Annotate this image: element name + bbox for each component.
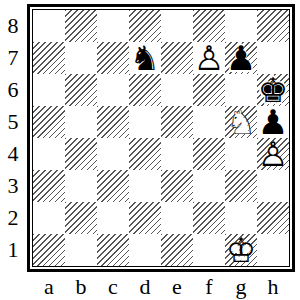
white-knight-piece: ♘ bbox=[225, 106, 257, 138]
file-label-c: c bbox=[97, 275, 129, 299]
black-knight-piece: ♞ bbox=[129, 42, 161, 74]
square-h2[interactable] bbox=[257, 202, 289, 234]
rank-label-2: 2 bbox=[0, 202, 26, 234]
square-b2[interactable] bbox=[65, 202, 97, 234]
square-g1[interactable]: ♚♔ bbox=[225, 234, 257, 266]
rank-label-3: 3 bbox=[0, 170, 26, 202]
white-king-piece: ♔ bbox=[225, 234, 257, 266]
square-e6[interactable] bbox=[161, 74, 193, 106]
square-g3[interactable] bbox=[225, 170, 257, 202]
square-d1[interactable] bbox=[129, 234, 161, 266]
square-a1[interactable] bbox=[33, 234, 65, 266]
square-h5[interactable]: ♟♟ bbox=[257, 106, 289, 138]
board-grid: ♞♞♟♙♟♟♚♚♞♘♟♟♟♙♚♔ bbox=[33, 10, 289, 266]
square-b5[interactable] bbox=[65, 106, 97, 138]
square-f5[interactable] bbox=[193, 106, 225, 138]
piece-backing: ♞ bbox=[225, 106, 257, 138]
square-c8[interactable] bbox=[97, 10, 129, 42]
square-f4[interactable] bbox=[193, 138, 225, 170]
square-f1[interactable] bbox=[193, 234, 225, 266]
rank-label-7: 7 bbox=[0, 42, 26, 74]
square-a3[interactable] bbox=[33, 170, 65, 202]
square-c7[interactable] bbox=[97, 42, 129, 74]
square-e3[interactable] bbox=[161, 170, 193, 202]
piece-backing: ♟ bbox=[193, 42, 225, 74]
piece-backing: ♟ bbox=[257, 138, 289, 170]
square-f3[interactable] bbox=[193, 170, 225, 202]
rank-label-8: 8 bbox=[0, 10, 26, 42]
square-g6[interactable] bbox=[225, 74, 257, 106]
square-e4[interactable] bbox=[161, 138, 193, 170]
square-g7[interactable]: ♟♟ bbox=[225, 42, 257, 74]
rank-label-4: 4 bbox=[0, 138, 26, 170]
square-d6[interactable] bbox=[129, 74, 161, 106]
square-g4[interactable] bbox=[225, 138, 257, 170]
file-label-g: g bbox=[225, 275, 257, 299]
piece-backing: ♟ bbox=[222, 39, 259, 76]
black-pawn-piece: ♟ bbox=[257, 106, 289, 138]
square-e8[interactable] bbox=[161, 10, 193, 42]
square-c3[interactable] bbox=[97, 170, 129, 202]
square-c5[interactable] bbox=[97, 106, 129, 138]
rank-label-1: 1 bbox=[0, 234, 26, 266]
square-d2[interactable] bbox=[129, 202, 161, 234]
square-a5[interactable] bbox=[33, 106, 65, 138]
black-pawn-piece: ♟ bbox=[225, 42, 257, 74]
square-d5[interactable] bbox=[129, 106, 161, 138]
square-c4[interactable] bbox=[97, 138, 129, 170]
square-h7[interactable] bbox=[257, 42, 289, 74]
square-f2[interactable] bbox=[193, 202, 225, 234]
square-d4[interactable] bbox=[129, 138, 161, 170]
file-labels: abcdefgh bbox=[33, 275, 289, 299]
square-a4[interactable] bbox=[33, 138, 65, 170]
white-pawn-piece: ♙ bbox=[193, 42, 225, 74]
square-b7[interactable] bbox=[65, 42, 97, 74]
square-g8[interactable] bbox=[225, 10, 257, 42]
black-king-piece: ♚ bbox=[257, 74, 289, 106]
square-f7[interactable]: ♟♙ bbox=[193, 42, 225, 74]
file-label-f: f bbox=[193, 275, 225, 299]
square-f6[interactable] bbox=[193, 74, 225, 106]
square-e7[interactable] bbox=[161, 42, 193, 74]
square-h1[interactable] bbox=[257, 234, 289, 266]
chess-board: ♞♞♟♙♟♟♚♚♞♘♟♟♟♙♚♔ bbox=[27, 4, 295, 272]
piece-backing: ♞ bbox=[126, 39, 163, 76]
square-g2[interactable] bbox=[225, 202, 257, 234]
square-b1[interactable] bbox=[65, 234, 97, 266]
piece-backing: ♚ bbox=[254, 71, 291, 108]
file-label-d: d bbox=[129, 275, 161, 299]
square-h6[interactable]: ♚♚ bbox=[257, 74, 289, 106]
file-label-h: h bbox=[257, 275, 289, 299]
square-e5[interactable] bbox=[161, 106, 193, 138]
square-d3[interactable] bbox=[129, 170, 161, 202]
square-a7[interactable] bbox=[33, 42, 65, 74]
rank-labels: 87654321 bbox=[0, 10, 26, 266]
piece-backing: ♚ bbox=[225, 234, 257, 266]
square-d7[interactable]: ♞♞ bbox=[129, 42, 161, 74]
square-e1[interactable] bbox=[161, 234, 193, 266]
square-c1[interactable] bbox=[97, 234, 129, 266]
square-b4[interactable] bbox=[65, 138, 97, 170]
square-a2[interactable] bbox=[33, 202, 65, 234]
file-label-a: a bbox=[33, 275, 65, 299]
board-inner-border: ♞♞♟♙♟♟♚♚♞♘♟♟♟♙♚♔ bbox=[32, 9, 290, 267]
square-c6[interactable] bbox=[97, 74, 129, 106]
square-c2[interactable] bbox=[97, 202, 129, 234]
rank-label-6: 6 bbox=[0, 74, 26, 106]
square-f8[interactable] bbox=[193, 10, 225, 42]
square-d8[interactable] bbox=[129, 10, 161, 42]
square-e2[interactable] bbox=[161, 202, 193, 234]
square-b3[interactable] bbox=[65, 170, 97, 202]
file-label-e: e bbox=[161, 275, 193, 299]
square-h4[interactable]: ♟♙ bbox=[257, 138, 289, 170]
square-b6[interactable] bbox=[65, 74, 97, 106]
square-h8[interactable] bbox=[257, 10, 289, 42]
rank-label-5: 5 bbox=[0, 106, 26, 138]
chess-diagram: 87654321 ♞♞♟♙♟♟♚♚♞♘♟♟♟♙♚♔ abcdefgh bbox=[0, 0, 300, 300]
square-h3[interactable] bbox=[257, 170, 289, 202]
piece-backing: ♟ bbox=[254, 103, 291, 140]
white-pawn-piece: ♙ bbox=[257, 138, 289, 170]
square-a6[interactable] bbox=[33, 74, 65, 106]
file-label-b: b bbox=[65, 275, 97, 299]
square-g5[interactable]: ♞♘ bbox=[225, 106, 257, 138]
square-b8[interactable] bbox=[65, 10, 97, 42]
square-a8[interactable] bbox=[33, 10, 65, 42]
